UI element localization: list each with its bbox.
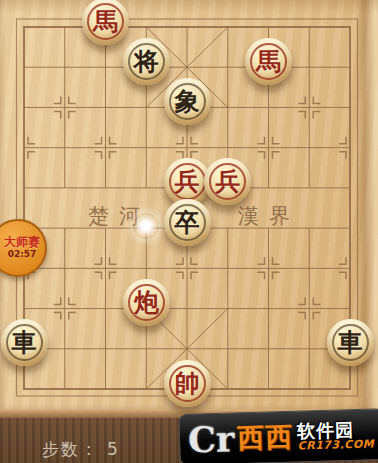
piece-glyph: 卒 xyxy=(164,199,211,246)
piece-black-象[interactable]: 象 xyxy=(164,78,211,125)
piece-glyph: 炮 xyxy=(123,279,170,326)
badge-timer: 02:57 xyxy=(0,249,36,260)
piece-black-卒[interactable]: 卒 xyxy=(164,199,211,246)
piece-glyph: 帥 xyxy=(164,360,211,407)
piece-red-兵[interactable]: 兵 xyxy=(204,158,251,205)
piece-glyph: 兵 xyxy=(204,158,251,205)
watermark-brand: 西西 xyxy=(237,419,294,457)
move-counter: 步数：5 xyxy=(42,438,120,461)
piece-glyph: 馬 xyxy=(245,38,292,85)
piece-glyph: 象 xyxy=(164,78,211,125)
piece-red-帥[interactable]: 帥 xyxy=(164,360,211,407)
cr173-watermark: Cr 西西 软件园 CR173.COM xyxy=(178,408,378,463)
move-counter-value: 5 xyxy=(107,439,120,459)
xiangqi-app-screen: 楚河 漢界 馬将馬象兵兵卒炮車車帥 大师赛 02:57 步数：5 Cr 西西 软… xyxy=(0,0,378,463)
watermark-site: CR173.COM xyxy=(297,438,374,452)
move-counter-label: 步数： xyxy=(42,439,99,459)
piece-black-車[interactable]: 車 xyxy=(327,319,374,366)
badge-title: 大师赛 xyxy=(0,236,40,249)
river-label-han-jie: 漢界 xyxy=(238,202,300,230)
piece-glyph: 車 xyxy=(327,319,374,366)
piece-glyph: 車 xyxy=(1,319,48,366)
piece-red-馬[interactable]: 馬 xyxy=(245,38,292,85)
piece-black-車[interactable]: 車 xyxy=(1,319,48,366)
watermark-cr-logo: Cr xyxy=(188,421,235,457)
piece-red-炮[interactable]: 炮 xyxy=(123,279,170,326)
